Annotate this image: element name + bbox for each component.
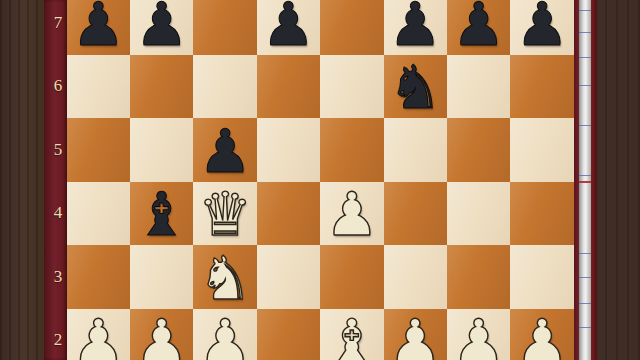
black-knight-f6[interactable]: ♞ xyxy=(388,57,442,117)
square-c2[interactable]: ♟ xyxy=(193,309,256,360)
black-pawn-a7[interactable]: ♟ xyxy=(71,0,125,54)
square-a3[interactable] xyxy=(67,245,130,309)
square-g3[interactable] xyxy=(447,245,510,309)
square-g7[interactable]: ♟ xyxy=(447,0,510,55)
square-d6[interactable] xyxy=(257,55,320,119)
square-f6[interactable]: ♞ xyxy=(384,55,447,119)
square-a6[interactable] xyxy=(67,55,130,119)
page-rule-line xyxy=(579,57,592,58)
rank-label-7: 7 xyxy=(44,0,67,55)
square-b6[interactable] xyxy=(130,55,193,119)
page-rule-line xyxy=(579,125,592,126)
page-rule-line xyxy=(579,175,592,176)
white-pawn-f2[interactable]: ♟ xyxy=(388,311,442,360)
square-d2[interactable] xyxy=(257,309,320,360)
black-bishop-b4[interactable]: ♝ xyxy=(135,184,189,244)
square-b2[interactable]: ♟ xyxy=(130,309,193,360)
white-knight-c3[interactable]: ♞ xyxy=(198,248,252,308)
square-h3[interactable] xyxy=(510,245,573,309)
page-rule-line xyxy=(579,303,592,304)
square-f3[interactable] xyxy=(384,245,447,309)
white-pawn-c2[interactable]: ♟ xyxy=(198,311,252,360)
rank-label-strip: 765432 xyxy=(44,0,67,360)
square-g5[interactable] xyxy=(447,118,510,182)
square-b3[interactable] xyxy=(130,245,193,309)
rank-label-3: 3 xyxy=(44,245,67,309)
table-wood-left xyxy=(0,0,44,360)
square-c5[interactable]: ♟ xyxy=(193,118,256,182)
black-pawn-d7[interactable]: ♟ xyxy=(262,0,316,54)
square-d5[interactable] xyxy=(257,118,320,182)
black-pawn-f7[interactable]: ♟ xyxy=(388,0,442,54)
book-page-edge-strip xyxy=(579,0,592,360)
square-e7[interactable] xyxy=(320,0,383,55)
book-cover-edge xyxy=(591,0,597,360)
black-pawn-g7[interactable]: ♟ xyxy=(452,0,506,54)
rank-label-5: 5 xyxy=(44,118,67,182)
square-h2[interactable]: ♟ xyxy=(510,309,573,360)
square-g4[interactable] xyxy=(447,182,510,246)
square-f7[interactable]: ♟ xyxy=(384,0,447,55)
square-e5[interactable] xyxy=(320,118,383,182)
square-f5[interactable] xyxy=(384,118,447,182)
white-pawn-a2[interactable]: ♟ xyxy=(71,311,125,360)
page-red-divider-line xyxy=(579,181,592,183)
square-e6[interactable] xyxy=(320,55,383,119)
rank-label-2: 2 xyxy=(44,309,67,360)
square-e4[interactable]: ♟ xyxy=(320,182,383,246)
page-rule-line xyxy=(579,10,592,11)
black-pawn-b7[interactable]: ♟ xyxy=(135,0,189,54)
square-a7[interactable]: ♟ xyxy=(67,0,130,55)
square-g6[interactable] xyxy=(447,55,510,119)
square-d7[interactable]: ♟ xyxy=(257,0,320,55)
square-e3[interactable] xyxy=(320,245,383,309)
square-c4[interactable]: ♛ xyxy=(193,182,256,246)
square-d3[interactable] xyxy=(257,245,320,309)
square-a5[interactable] xyxy=(67,118,130,182)
square-c3[interactable]: ♞ xyxy=(193,245,256,309)
square-d4[interactable] xyxy=(257,182,320,246)
page-rule-line xyxy=(579,85,592,86)
rank-label-4: 4 xyxy=(44,182,67,246)
square-c6[interactable] xyxy=(193,55,256,119)
square-b5[interactable] xyxy=(130,118,193,182)
black-pawn-c5[interactable]: ♟ xyxy=(198,121,252,181)
square-f4[interactable] xyxy=(384,182,447,246)
square-h7[interactable]: ♟ xyxy=(510,0,573,55)
rank-label-6: 6 xyxy=(44,55,67,119)
white-pawn-g2[interactable]: ♟ xyxy=(452,311,506,360)
square-e2[interactable]: ♝ xyxy=(320,309,383,360)
square-h5[interactable] xyxy=(510,118,573,182)
wood-table-background: 765432 ♟♟♟♟♟♟♞♟♝♛♟♞♟♟♟♝♟♟♟ xyxy=(0,0,640,360)
square-h6[interactable] xyxy=(510,55,573,119)
black-pawn-h7[interactable]: ♟ xyxy=(515,0,569,54)
white-bishop-e2[interactable]: ♝ xyxy=(325,311,379,360)
square-g2[interactable]: ♟ xyxy=(447,309,510,360)
white-queen-c4[interactable]: ♛ xyxy=(198,184,252,244)
square-c7[interactable] xyxy=(193,0,256,55)
square-a4[interactable] xyxy=(67,182,130,246)
page-rule-line xyxy=(579,277,592,278)
square-b7[interactable]: ♟ xyxy=(130,0,193,55)
chess-board[interactable]: ♟♟♟♟♟♟♞♟♝♛♟♞♟♟♟♝♟♟♟ xyxy=(67,0,574,360)
page-rule-line xyxy=(579,253,592,254)
square-a2[interactable]: ♟ xyxy=(67,309,130,360)
page-rule-line xyxy=(579,327,592,328)
square-b4[interactable]: ♝ xyxy=(130,182,193,246)
white-pawn-e4[interactable]: ♟ xyxy=(325,184,379,244)
square-h4[interactable] xyxy=(510,182,573,246)
page-rule-line xyxy=(579,32,592,33)
white-pawn-h2[interactable]: ♟ xyxy=(515,311,569,360)
square-f2[interactable]: ♟ xyxy=(384,309,447,360)
white-pawn-b2[interactable]: ♟ xyxy=(135,311,189,360)
